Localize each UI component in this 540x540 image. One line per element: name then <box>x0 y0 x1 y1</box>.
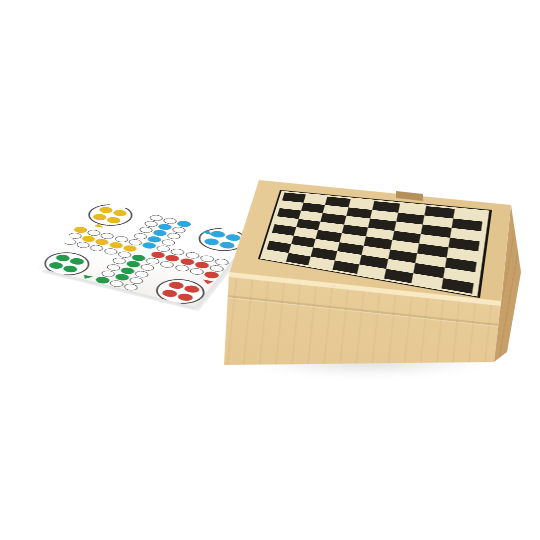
ludo-grid <box>38 202 252 307</box>
ludo-yard-dot-blue <box>224 233 242 242</box>
ludo-yard-dot-red <box>175 292 194 302</box>
ludo-yard-dot-green <box>61 265 79 274</box>
ludo-yard-dot-yellow <box>105 216 123 224</box>
ludo-yard-dot-blue <box>218 241 237 250</box>
ludo-lane-dot-blue <box>141 241 158 249</box>
ludo-home-yellow[interactable] <box>82 202 138 228</box>
ludo-start-arrow-icon-green <box>83 275 93 279</box>
ludo-home-circle <box>81 201 139 229</box>
product-photo <box>0 0 540 540</box>
ludo-yard-dot-yellow <box>111 209 128 217</box>
ludo-sheet <box>38 202 252 307</box>
